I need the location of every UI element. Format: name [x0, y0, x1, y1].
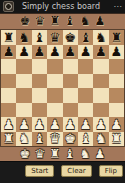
- square-c8[interactable]: ♝: [32, 30, 47, 45]
- square-a4[interactable]: [1, 88, 16, 103]
- square-b6[interactable]: [16, 59, 31, 74]
- square-h7[interactable]: ♟: [109, 45, 124, 60]
- square-g7[interactable]: ♟: [93, 45, 108, 60]
- black-bishop: ♝: [34, 31, 46, 44]
- square-h2[interactable]: ♟: [109, 117, 124, 132]
- tray-black-rook[interactable]: ♜: [48, 14, 62, 29]
- square-b3[interactable]: [16, 103, 31, 118]
- chess-board[interactable]: ♜♞♝♛♚♝♞♜♟♟♟♟♟♟♟♟♟♟♟♟♟♟♟♟♜♞♝♛♚♝♞♜: [1, 30, 124, 146]
- black-knight: ♞: [95, 31, 107, 44]
- square-d1[interactable]: ♛: [47, 132, 62, 147]
- topbar: Simply chess board ⋯: [0, 0, 125, 13]
- overflow-menu-icon[interactable]: ⋯: [108, 2, 125, 11]
- tray-black-pawn[interactable]: ♟: [93, 14, 107, 29]
- black-knight: ♞: [18, 31, 30, 44]
- square-g6[interactable]: [93, 59, 108, 74]
- white-pawn: ♟: [110, 118, 122, 131]
- square-e1[interactable]: ♚: [63, 132, 78, 147]
- white-rook: ♜: [3, 132, 15, 145]
- tray-white-bishop[interactable]: ♝: [63, 147, 77, 162]
- white-pawn: ♟: [95, 118, 107, 131]
- square-d2[interactable]: ♟: [47, 117, 62, 132]
- tray-black-queen[interactable]: ♛: [33, 14, 47, 29]
- flip-button[interactable]: Flip: [99, 165, 123, 177]
- white-pawn: ♟: [80, 118, 92, 131]
- square-c7[interactable]: ♟: [32, 45, 47, 60]
- app-title: Simply chess board: [14, 0, 108, 13]
- tray-white-queen[interactable]: ♛: [33, 147, 47, 162]
- square-g1[interactable]: ♞: [93, 132, 108, 147]
- board-wood-area: ♚♛♜♝♞♟ ♜♞♝♛♚♝♞♜♟♟♟♟♟♟♟♟♟♟♟♟♟♟♟♟♜♞♝♛♚♝♞♜ …: [0, 13, 125, 161]
- square-f3[interactable]: [78, 103, 93, 118]
- white-queen: ♛: [49, 132, 61, 145]
- start-button[interactable]: Start: [25, 165, 54, 177]
- black-bishop: ♝: [80, 31, 92, 44]
- square-a6[interactable]: [1, 59, 16, 74]
- square-h8[interactable]: ♜: [109, 30, 124, 45]
- square-e4[interactable]: [63, 88, 78, 103]
- tray-white-king[interactable]: ♚: [18, 147, 32, 162]
- clear-button[interactable]: Clear: [61, 165, 91, 177]
- square-e2[interactable]: ♟: [63, 117, 78, 132]
- square-a8[interactable]: ♜: [1, 30, 16, 45]
- black-pawn: ♟: [3, 45, 15, 58]
- square-e6[interactable]: [63, 59, 78, 74]
- square-e5[interactable]: [63, 74, 78, 89]
- tray-white-rook[interactable]: ♜: [48, 147, 62, 162]
- app-window: Simply chess board ⋯ ♚♛♜♝♞♟ ♜♞♝♛♚♝♞♜♟♟♟♟…: [0, 0, 125, 183]
- captured-tray-black: ♚♛♜♝♞♟: [0, 14, 125, 29]
- square-h3[interactable]: [109, 103, 124, 118]
- square-b5[interactable]: [16, 74, 31, 89]
- square-g3[interactable]: [93, 103, 108, 118]
- black-pawn: ♟: [80, 45, 92, 58]
- white-pawn: ♟: [18, 118, 30, 131]
- square-f2[interactable]: ♟: [78, 117, 93, 132]
- square-g2[interactable]: ♟: [93, 117, 108, 132]
- white-rook: ♜: [110, 132, 122, 145]
- square-b1[interactable]: ♞: [16, 132, 31, 147]
- black-rook: ♜: [3, 31, 15, 44]
- square-h6[interactable]: [109, 59, 124, 74]
- black-pawn: ♟: [49, 45, 61, 58]
- square-h4[interactable]: [109, 88, 124, 103]
- white-bishop: ♝: [80, 132, 92, 145]
- square-c1[interactable]: ♝: [32, 132, 47, 147]
- square-d5[interactable]: [47, 74, 62, 89]
- black-pawn: ♟: [34, 45, 46, 58]
- square-d3[interactable]: [47, 103, 62, 118]
- square-f7[interactable]: ♟: [78, 45, 93, 60]
- square-b8[interactable]: ♞: [16, 30, 31, 45]
- white-pawn: ♟: [64, 118, 76, 131]
- square-g8[interactable]: ♞: [93, 30, 108, 45]
- white-pawn: ♟: [3, 118, 15, 131]
- square-c6[interactable]: [32, 59, 47, 74]
- black-pawn: ♟: [64, 45, 76, 58]
- black-pawn: ♟: [110, 45, 122, 58]
- captured-tray-white: ♚♛♜♝♞♟: [0, 147, 125, 162]
- white-pawn: ♟: [34, 118, 46, 131]
- tray-black-king[interactable]: ♚: [18, 14, 32, 29]
- square-b2[interactable]: ♟: [16, 117, 31, 132]
- board-frame: ♜♞♝♛♚♝♞♜♟♟♟♟♟♟♟♟♟♟♟♟♟♟♟♟♜♞♝♛♚♝♞♜: [0, 29, 125, 147]
- white-pawn: ♟: [49, 118, 61, 131]
- tray-black-knight[interactable]: ♞: [78, 14, 92, 29]
- tray-white-knight[interactable]: ♞: [78, 147, 92, 162]
- square-f8[interactable]: ♝: [78, 30, 93, 45]
- square-f5[interactable]: [78, 74, 93, 89]
- square-a3[interactable]: [1, 103, 16, 118]
- square-e3[interactable]: [63, 103, 78, 118]
- square-c5[interactable]: [32, 74, 47, 89]
- black-pawn: ♟: [18, 45, 30, 58]
- white-bishop: ♝: [34, 132, 46, 145]
- black-rook: ♜: [110, 31, 122, 44]
- square-c4[interactable]: [32, 88, 47, 103]
- square-e8[interactable]: ♚: [63, 30, 78, 45]
- square-a7[interactable]: ♟: [1, 45, 16, 60]
- square-d7[interactable]: ♟: [47, 45, 62, 60]
- black-queen: ♛: [49, 31, 61, 44]
- square-c2[interactable]: ♟: [32, 117, 47, 132]
- white-king: ♚: [64, 132, 76, 145]
- square-g4[interactable]: [93, 88, 108, 103]
- square-f4[interactable]: [78, 88, 93, 103]
- white-knight: ♞: [18, 132, 30, 145]
- square-c3[interactable]: [32, 103, 47, 118]
- black-pawn: ♟: [95, 45, 107, 58]
- square-h1[interactable]: ♜: [109, 132, 124, 147]
- square-d6[interactable]: [47, 59, 62, 74]
- white-knight: ♞: [95, 132, 107, 145]
- bottom-toolbar: Start Clear Flip: [0, 161, 125, 183]
- logo-ring-shape: [5, 3, 12, 10]
- square-a2[interactable]: ♟: [1, 117, 16, 132]
- tray-white-pawn[interactable]: ♟: [93, 147, 107, 162]
- square-f6[interactable]: [78, 59, 93, 74]
- square-a1[interactable]: ♜: [1, 132, 16, 147]
- square-f1[interactable]: ♝: [78, 132, 93, 147]
- square-h5[interactable]: [109, 74, 124, 89]
- square-d4[interactable]: [47, 88, 62, 103]
- square-d8[interactable]: ♛: [47, 30, 62, 45]
- app-logo-icon: [3, 1, 14, 12]
- square-b4[interactable]: [16, 88, 31, 103]
- square-a5[interactable]: [1, 74, 16, 89]
- square-e7[interactable]: ♟: [63, 45, 78, 60]
- square-b7[interactable]: ♟: [16, 45, 31, 60]
- square-g5[interactable]: [93, 74, 108, 89]
- black-king: ♚: [64, 31, 76, 44]
- tray-black-bishop[interactable]: ♝: [63, 14, 77, 29]
